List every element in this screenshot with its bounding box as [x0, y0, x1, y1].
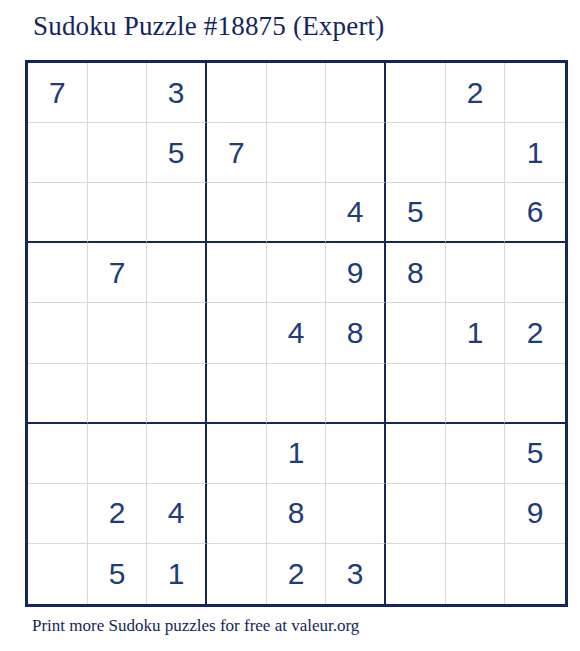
cell-r1c6 [326, 63, 386, 123]
cell-r6c2 [88, 364, 148, 424]
given-digit: 2 [288, 557, 305, 591]
cell-r9c1 [28, 544, 88, 604]
cell-r2c5 [267, 123, 327, 183]
cell-r7c3 [147, 424, 207, 484]
given-digit: 3 [347, 557, 364, 591]
cell-r7c2 [88, 424, 148, 484]
given-digit: 9 [527, 496, 544, 530]
cell-r4c1 [28, 243, 88, 303]
cell-r7c9: 5 [505, 424, 565, 484]
cell-r9c6: 3 [326, 544, 386, 604]
cell-r2c9: 1 [505, 123, 565, 183]
cell-r4c4 [207, 243, 267, 303]
sudoku-printable-page: Sudoku Puzzle #18875 (Expert) 7325714567… [0, 0, 580, 651]
cell-r8c1 [28, 484, 88, 544]
cell-r6c7 [386, 364, 446, 424]
given-digit: 5 [168, 136, 185, 170]
cell-r5c1 [28, 303, 88, 363]
page-title: Sudoku Puzzle #18875 (Expert) [33, 11, 385, 42]
cell-r5c4 [207, 303, 267, 363]
cell-r3c6: 4 [326, 183, 386, 243]
cell-r3c7: 5 [386, 183, 446, 243]
cell-r1c3: 3 [147, 63, 207, 123]
cell-r9c2: 5 [88, 544, 148, 604]
sudoku-board: 73257145679848121524895123 [25, 60, 568, 607]
cell-r7c1 [28, 424, 88, 484]
cell-r1c4 [207, 63, 267, 123]
cell-r4c6: 9 [326, 243, 386, 303]
given-digit: 2 [467, 76, 484, 110]
cell-r5c7 [386, 303, 446, 363]
cell-r1c1: 7 [28, 63, 88, 123]
given-digit: 9 [347, 256, 364, 290]
given-digit: 5 [109, 557, 126, 591]
cell-r9c9 [505, 544, 565, 604]
cell-r7c8 [446, 424, 506, 484]
cell-r5c3 [147, 303, 207, 363]
given-digit: 5 [527, 436, 544, 470]
cell-r9c5: 2 [267, 544, 327, 604]
given-digit: 1 [467, 316, 484, 350]
cell-r8c7 [386, 484, 446, 544]
given-digit: 6 [527, 195, 544, 229]
cell-r3c3 [147, 183, 207, 243]
given-digit: 1 [168, 557, 185, 591]
cell-r9c7 [386, 544, 446, 604]
cell-r2c7 [386, 123, 446, 183]
cell-r1c9 [505, 63, 565, 123]
cell-r6c9 [505, 364, 565, 424]
cell-r5c6: 8 [326, 303, 386, 363]
cell-r3c8 [446, 183, 506, 243]
cell-r2c8 [446, 123, 506, 183]
cell-r7c5: 1 [267, 424, 327, 484]
cell-r8c8 [446, 484, 506, 544]
cell-r5c9: 2 [505, 303, 565, 363]
cell-r2c3: 5 [147, 123, 207, 183]
cell-r4c2: 7 [88, 243, 148, 303]
cell-r4c5 [267, 243, 327, 303]
cell-r4c9 [505, 243, 565, 303]
given-digit: 3 [168, 76, 185, 110]
cell-r9c8 [446, 544, 506, 604]
cell-r1c2 [88, 63, 148, 123]
cell-r6c5 [267, 364, 327, 424]
cell-r2c6 [326, 123, 386, 183]
cell-r3c4 [207, 183, 267, 243]
cell-r8c4 [207, 484, 267, 544]
given-digit: 7 [228, 136, 245, 170]
given-digit: 5 [407, 195, 424, 229]
cell-r7c4 [207, 424, 267, 484]
cell-r5c5: 4 [267, 303, 327, 363]
given-digit: 8 [407, 256, 424, 290]
cell-r6c1 [28, 364, 88, 424]
cell-r6c4 [207, 364, 267, 424]
footer-text: Print more Sudoku puzzles for free at va… [32, 616, 359, 636]
cell-r3c2 [88, 183, 148, 243]
cell-r3c1 [28, 183, 88, 243]
cell-r8c9: 9 [505, 484, 565, 544]
given-digit: 2 [109, 496, 126, 530]
cell-r6c6 [326, 364, 386, 424]
cell-r8c5: 8 [267, 484, 327, 544]
cell-r1c8: 2 [446, 63, 506, 123]
given-digit: 8 [288, 496, 305, 530]
cell-r8c2: 2 [88, 484, 148, 544]
cell-r2c4: 7 [207, 123, 267, 183]
cell-r8c6 [326, 484, 386, 544]
cell-r5c2 [88, 303, 148, 363]
given-digit: 8 [347, 316, 364, 350]
cell-r3c9: 6 [505, 183, 565, 243]
cell-r1c5 [267, 63, 327, 123]
cell-r7c6 [326, 424, 386, 484]
cell-r7c7 [386, 424, 446, 484]
given-digit: 7 [49, 76, 66, 110]
cell-r8c3: 4 [147, 484, 207, 544]
cell-r5c8: 1 [446, 303, 506, 363]
cell-r6c3 [147, 364, 207, 424]
given-digit: 2 [527, 316, 544, 350]
given-digit: 1 [288, 436, 305, 470]
given-digit: 4 [288, 316, 305, 350]
cell-r9c3: 1 [147, 544, 207, 604]
given-digit: 4 [168, 496, 185, 530]
cell-r2c2 [88, 123, 148, 183]
cell-r1c7 [386, 63, 446, 123]
cell-r9c4 [207, 544, 267, 604]
cell-r2c1 [28, 123, 88, 183]
cell-r3c5 [267, 183, 327, 243]
cell-r6c8 [446, 364, 506, 424]
cell-r4c7: 8 [386, 243, 446, 303]
given-digit: 7 [109, 256, 126, 290]
given-digit: 4 [347, 195, 364, 229]
cell-r4c8 [446, 243, 506, 303]
given-digit: 1 [527, 136, 544, 170]
cell-r4c3 [147, 243, 207, 303]
